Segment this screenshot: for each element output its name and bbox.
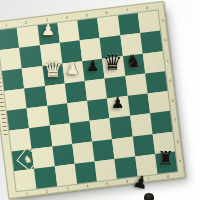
offboard-piece-cutoff (144, 193, 154, 200)
coord-right-c: c (165, 58, 170, 62)
square-e4[interactable] (87, 98, 110, 121)
square-h3[interactable] (150, 111, 173, 134)
coord-right-e: e (170, 98, 175, 102)
black-queen-f6[interactable]: ♛ (103, 51, 123, 73)
square-b7[interactable] (19, 46, 42, 69)
square-h8[interactable] (138, 11, 161, 34)
square-h5[interactable] (145, 71, 168, 94)
square-a7[interactable] (0, 48, 22, 71)
coord-right-h: h (177, 159, 182, 163)
square-b4[interactable] (27, 106, 50, 129)
square-b3[interactable] (29, 126, 52, 149)
coord-right-a: a (160, 18, 165, 22)
black-pawn-e6[interactable]: ♟ (86, 59, 99, 74)
square-b1[interactable] (34, 166, 57, 189)
square-g3[interactable] (130, 114, 153, 137)
offboard-black-pawn[interactable]: ♟ (131, 172, 150, 192)
square-b5[interactable] (24, 86, 47, 109)
square-d3[interactable] (69, 121, 92, 144)
square-c5[interactable] (44, 83, 67, 106)
coord-right-g: g (175, 139, 180, 143)
white-pawn-d6[interactable]: ♟ (66, 61, 79, 76)
square-e5[interactable] (85, 78, 108, 101)
photo-scene: ♞ 1234567812345678abcdefgh♟♛♟♟♛♞♟♜ ♟ (0, 0, 200, 200)
square-g8[interactable] (117, 13, 140, 36)
square-e2[interactable] (92, 139, 115, 162)
coord-bottom-1: 1 (24, 192, 29, 196)
square-h4[interactable] (147, 91, 170, 114)
square-f3[interactable] (110, 116, 133, 139)
coord-right-d: d (168, 78, 173, 82)
square-e3[interactable] (90, 119, 113, 142)
coord-top-2: 2 (24, 21, 29, 25)
coord-right-b: b (163, 38, 168, 42)
square-g5[interactable] (125, 73, 148, 96)
black-pawn-f4[interactable]: ♟ (111, 96, 124, 111)
coord-bottom-8: 8 (165, 174, 170, 178)
black-rook-h1[interactable]: ♜ (157, 149, 174, 168)
square-b8[interactable] (17, 25, 40, 48)
coord-top-6: 6 (104, 11, 109, 15)
square-h6[interactable] (142, 51, 165, 74)
square-d1[interactable] (74, 161, 97, 184)
coord-top-1: 1 (4, 23, 9, 27)
coord-right-f: f (172, 119, 177, 123)
square-c4[interactable] (47, 103, 70, 126)
white-queen-c6[interactable]: ♛ (43, 59, 63, 81)
square-b6[interactable] (22, 66, 45, 89)
coord-top-5: 5 (84, 13, 89, 17)
square-e1[interactable] (95, 159, 118, 182)
square-d8[interactable] (57, 20, 80, 43)
square-d5[interactable] (65, 81, 88, 104)
coord-top-8: 8 (144, 6, 149, 10)
square-g2[interactable] (132, 134, 155, 157)
square-h7[interactable] (140, 31, 163, 54)
square-d4[interactable] (67, 101, 90, 124)
square-f2[interactable] (112, 136, 135, 159)
black-knight-g6[interactable]: ♞ (125, 52, 141, 70)
square-g4[interactable] (127, 93, 150, 116)
square-c1[interactable] (54, 164, 77, 187)
square-d2[interactable] (72, 141, 95, 164)
coord-bottom-6: 6 (125, 179, 130, 183)
square-a4[interactable] (7, 108, 30, 131)
square-e8[interactable] (77, 18, 100, 41)
coord-bottom-3: 3 (65, 187, 70, 191)
white-pawn-c8[interactable]: ♟ (41, 23, 54, 38)
square-c3[interactable] (49, 123, 72, 146)
chess-board: ♞ 1234567812345678abcdefgh♟♛♟♟♛♞♟♜ (0, 1, 185, 199)
square-a6[interactable] (2, 68, 25, 91)
square-c2[interactable] (52, 144, 75, 167)
square-f8[interactable] (97, 16, 120, 39)
square-a1[interactable] (14, 169, 37, 192)
coord-bottom-2: 2 (45, 189, 50, 193)
coord-bottom-5: 5 (105, 182, 110, 186)
coord-top-4: 4 (64, 16, 69, 20)
coord-bottom-4: 4 (85, 184, 90, 188)
square-a5[interactable] (4, 88, 27, 111)
knight-logo-icon: ♞ (23, 153, 33, 164)
coord-top-7: 7 (124, 8, 129, 12)
